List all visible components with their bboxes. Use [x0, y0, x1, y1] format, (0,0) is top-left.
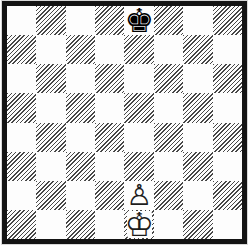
- square-d6: [95, 64, 124, 93]
- square-g3: [183, 152, 212, 181]
- square-b4: [36, 123, 65, 152]
- square-a1: [7, 210, 36, 239]
- black-king: ♚: [124, 6, 154, 35]
- square-d5: [95, 93, 124, 122]
- square-d1: [95, 210, 124, 239]
- square-a3: [7, 152, 36, 181]
- square-f8: [154, 6, 183, 35]
- square-g2: [183, 181, 212, 210]
- square-c7: [66, 35, 95, 64]
- square-g6: [183, 64, 212, 93]
- square-a6: [7, 64, 36, 93]
- square-c5: [66, 93, 95, 122]
- square-f7: [154, 35, 183, 64]
- square-c4: [66, 123, 95, 152]
- square-c8: [66, 6, 95, 35]
- square-h5: [213, 93, 242, 122]
- square-h6: [213, 64, 242, 93]
- chess-board: ♚♙♔: [7, 6, 242, 239]
- square-e4: [124, 123, 154, 152]
- square-h8: [213, 6, 242, 35]
- square-e6: [124, 64, 154, 93]
- square-h1: [213, 210, 242, 239]
- square-g7: [183, 35, 212, 64]
- square-f5: [154, 93, 183, 122]
- square-f4: [154, 123, 183, 152]
- square-g8: [183, 6, 212, 35]
- square-c6: [66, 64, 95, 93]
- square-a4: [7, 123, 36, 152]
- square-b1: [36, 210, 65, 239]
- square-h3: [213, 152, 242, 181]
- square-g4: [183, 123, 212, 152]
- chess-board-frame: ♚♙♔: [2, 1, 247, 244]
- square-c3: [66, 152, 95, 181]
- square-d7: [95, 35, 124, 64]
- square-a2: [7, 181, 36, 210]
- square-d4: [95, 123, 124, 152]
- square-a5: [7, 93, 36, 122]
- square-b3: [36, 152, 65, 181]
- square-b5: [36, 93, 65, 122]
- square-b2: [36, 181, 65, 210]
- square-h4: [213, 123, 242, 152]
- square-b6: [36, 64, 65, 93]
- square-b8: [36, 6, 65, 35]
- square-a8: [7, 6, 36, 35]
- square-d2: [95, 181, 124, 210]
- square-d8: [95, 6, 124, 35]
- square-d3: [95, 152, 124, 181]
- square-e3: [124, 152, 154, 181]
- square-e1: ♔: [124, 210, 154, 239]
- square-f1: [154, 210, 183, 239]
- square-f3: [154, 152, 183, 181]
- square-e8: ♚: [124, 6, 154, 35]
- square-a7: [7, 35, 36, 64]
- white-king: ♔: [127, 211, 152, 238]
- square-h7: [213, 35, 242, 64]
- square-b7: [36, 35, 65, 64]
- square-f2: [154, 181, 183, 210]
- square-c2: [66, 181, 95, 210]
- square-h2: [213, 181, 242, 210]
- square-g1: [183, 210, 212, 239]
- square-f6: [154, 64, 183, 93]
- square-e5: [124, 93, 154, 122]
- square-g5: [183, 93, 212, 122]
- square-c1: [66, 210, 95, 239]
